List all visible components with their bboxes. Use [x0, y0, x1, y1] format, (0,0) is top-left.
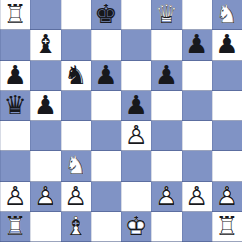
square-d6[interactable]: ♟: [91, 61, 121, 91]
square-f6[interactable]: ♟: [151, 61, 181, 91]
square-h7[interactable]: ♟: [212, 30, 242, 60]
piece-outline-layer: ♙: [3, 183, 26, 209]
square-b4[interactable]: [30, 121, 60, 151]
square-f4[interactable]: [151, 121, 181, 151]
square-g8[interactable]: [182, 0, 212, 30]
piece-white-pawn[interactable]: ♟♙: [151, 182, 181, 212]
square-b7[interactable]: ♝: [30, 30, 60, 60]
square-b5[interactable]: ♟: [30, 91, 60, 121]
piece-white-rook[interactable]: ♜♖: [212, 212, 242, 242]
square-g3[interactable]: [182, 151, 212, 181]
piece-outline-layer: ♗: [64, 213, 87, 239]
piece-outline-layer: ♙: [155, 183, 178, 209]
square-h4[interactable]: [212, 121, 242, 151]
piece-white-king[interactable]: ♚♔: [121, 212, 151, 242]
square-e6[interactable]: [121, 61, 151, 91]
piece-white-rook[interactable]: ♜♖: [0, 212, 30, 242]
piece-black-king[interactable]: ♚: [94, 2, 117, 28]
piece-outline-layer: ♙: [185, 183, 208, 209]
piece-white-rook[interactable]: ♜♖: [0, 0, 30, 30]
piece-white-pawn[interactable]: ♟♙: [182, 182, 212, 212]
square-f2[interactable]: ♟♙: [151, 182, 181, 212]
square-d1[interactable]: [91, 212, 121, 242]
square-g6[interactable]: [182, 61, 212, 91]
square-h6[interactable]: [212, 61, 242, 91]
square-a5[interactable]: ♛: [0, 91, 30, 121]
square-f8[interactable]: ♛♕: [151, 0, 181, 30]
square-b8[interactable]: [30, 0, 60, 30]
square-f3[interactable]: [151, 151, 181, 181]
piece-outline-layer: ♖: [3, 2, 26, 28]
square-c8[interactable]: [61, 0, 91, 30]
square-e5[interactable]: ♟: [121, 91, 151, 121]
square-d5[interactable]: [91, 91, 121, 121]
square-a2[interactable]: ♟♙: [0, 182, 30, 212]
square-e7[interactable]: [121, 30, 151, 60]
chess-board: ♜♖♚♛♕♞♘♝♟♟♟♞♟♟♛♟♟♟♙♞♘♟♙♟♙♟♙♟♙♟♙♟♙♜♖♝♗♚♔♜…: [0, 0, 242, 242]
piece-outline-layer: ♙: [34, 183, 57, 209]
square-h3[interactable]: [212, 151, 242, 181]
square-e8[interactable]: [121, 0, 151, 30]
square-c1[interactable]: ♝♗: [61, 212, 91, 242]
piece-outline-layer: ♘: [64, 153, 87, 179]
piece-white-queen[interactable]: ♛♕: [151, 0, 181, 30]
piece-outline-layer: ♔: [124, 213, 147, 239]
square-g7[interactable]: ♟: [182, 30, 212, 60]
piece-white-pawn[interactable]: ♟♙: [30, 182, 60, 212]
piece-white-pawn[interactable]: ♟♙: [121, 121, 151, 151]
square-d3[interactable]: [91, 151, 121, 181]
square-a8[interactable]: ♜♖: [0, 0, 30, 30]
square-e3[interactable]: [121, 151, 151, 181]
square-g2[interactable]: ♟♙: [182, 182, 212, 212]
square-c5[interactable]: [61, 91, 91, 121]
square-g5[interactable]: [182, 91, 212, 121]
square-b2[interactable]: ♟♙: [30, 182, 60, 212]
piece-black-pawn[interactable]: ♟: [3, 62, 26, 88]
square-c4[interactable]: [61, 121, 91, 151]
square-e4[interactable]: ♟♙: [121, 121, 151, 151]
piece-black-pawn[interactable]: ♟: [185, 32, 208, 58]
piece-black-queen[interactable]: ♛: [3, 92, 26, 118]
square-f1[interactable]: [151, 212, 181, 242]
square-a1[interactable]: ♜♖: [0, 212, 30, 242]
square-c7[interactable]: [61, 30, 91, 60]
square-h2[interactable]: ♟♙: [212, 182, 242, 212]
square-e2[interactable]: [121, 182, 151, 212]
square-a3[interactable]: [0, 151, 30, 181]
piece-white-knight[interactable]: ♞♘: [212, 0, 242, 30]
piece-black-pawn[interactable]: ♟: [124, 92, 147, 118]
square-c3[interactable]: ♞♘: [61, 151, 91, 181]
square-h8[interactable]: ♞♘: [212, 0, 242, 30]
square-c6[interactable]: ♞: [61, 61, 91, 91]
square-g1[interactable]: [182, 212, 212, 242]
piece-outline-layer: ♖: [215, 213, 238, 239]
square-d7[interactable]: [91, 30, 121, 60]
piece-black-knight[interactable]: ♞: [64, 62, 87, 88]
piece-white-pawn[interactable]: ♟♙: [0, 182, 30, 212]
square-c2[interactable]: ♟♙: [61, 182, 91, 212]
piece-white-bishop[interactable]: ♝♗: [61, 212, 91, 242]
square-g4[interactable]: [182, 121, 212, 151]
square-a6[interactable]: ♟: [0, 61, 30, 91]
piece-white-knight[interactable]: ♞♘: [61, 151, 91, 181]
piece-black-pawn[interactable]: ♟: [215, 32, 238, 58]
square-b6[interactable]: [30, 61, 60, 91]
piece-outline-layer: ♙: [64, 183, 87, 209]
square-f7[interactable]: [151, 30, 181, 60]
piece-white-pawn[interactable]: ♟♙: [61, 182, 91, 212]
piece-outline-layer: ♖: [3, 213, 26, 239]
piece-black-pawn[interactable]: ♟: [94, 62, 117, 88]
piece-black-pawn[interactable]: ♟: [34, 92, 57, 118]
square-d4[interactable]: [91, 121, 121, 151]
piece-outline-layer: ♙: [124, 123, 147, 149]
square-h5[interactable]: [212, 91, 242, 121]
piece-black-bishop[interactable]: ♝: [34, 32, 57, 58]
square-a4[interactable]: [0, 121, 30, 151]
square-f5[interactable]: [151, 91, 181, 121]
square-d8[interactable]: ♚: [91, 0, 121, 30]
square-h1[interactable]: ♜♖: [212, 212, 242, 242]
square-b1[interactable]: [30, 212, 60, 242]
piece-black-pawn[interactable]: ♟: [155, 62, 178, 88]
square-e1[interactable]: ♚♔: [121, 212, 151, 242]
piece-outline-layer: ♙: [215, 183, 238, 209]
piece-outline-layer: ♕: [155, 2, 178, 28]
piece-outline-layer: ♘: [215, 2, 238, 28]
square-a7[interactable]: [0, 30, 30, 60]
square-b3[interactable]: [30, 151, 60, 181]
square-d2[interactable]: [91, 182, 121, 212]
piece-white-pawn[interactable]: ♟♙: [212, 182, 242, 212]
